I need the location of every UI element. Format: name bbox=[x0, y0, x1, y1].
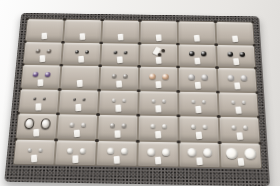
earring-pair bbox=[100, 66, 138, 82]
price-tag bbox=[114, 130, 120, 138]
earring-pair bbox=[218, 68, 256, 84]
price-tag bbox=[155, 130, 162, 138]
price-tag bbox=[114, 156, 120, 164]
price-tag bbox=[155, 157, 162, 165]
earring-stud bbox=[151, 99, 155, 103]
earring-stud bbox=[46, 49, 51, 53]
compartment-r4c1 bbox=[19, 89, 59, 113]
empty-cushion bbox=[61, 66, 99, 82]
price-tag bbox=[194, 35, 200, 42]
earring-stud bbox=[200, 51, 206, 56]
price-tag bbox=[42, 32, 48, 39]
empty-cushion bbox=[26, 19, 63, 34]
earring-stud bbox=[162, 124, 167, 129]
earring-stud bbox=[79, 148, 85, 154]
price-tag bbox=[235, 106, 242, 113]
compartment-r3c6 bbox=[218, 68, 256, 91]
price-tag bbox=[78, 56, 84, 63]
compartment-r3c5 bbox=[179, 67, 217, 90]
compartment-r3c4 bbox=[140, 67, 178, 90]
compartment-r5c3 bbox=[98, 115, 137, 139]
price-tag bbox=[74, 129, 80, 137]
price-tag bbox=[35, 103, 41, 110]
price-tag bbox=[38, 79, 44, 86]
compartment-r5c6 bbox=[220, 117, 260, 142]
compartment-r6c3 bbox=[97, 141, 137, 166]
earring-pair bbox=[58, 114, 97, 131]
price-tag bbox=[31, 155, 37, 163]
earring-stud bbox=[75, 50, 79, 53]
earring-stud bbox=[121, 123, 126, 128]
earring-stud bbox=[147, 148, 155, 156]
earring-stud bbox=[188, 51, 194, 56]
earring-stud bbox=[158, 53, 162, 56]
earring-stud bbox=[27, 148, 31, 152]
compartment-r4c5 bbox=[179, 91, 217, 115]
compartment-r2c5 bbox=[179, 44, 216, 66]
empty-cushion bbox=[64, 20, 101, 35]
compartment-r6c5 bbox=[180, 142, 220, 167]
compartment-r3c1 bbox=[21, 65, 60, 88]
price-tag bbox=[75, 104, 81, 111]
earring-stud bbox=[227, 51, 233, 56]
earring-stud bbox=[69, 122, 74, 127]
compartment-r4c6 bbox=[219, 92, 258, 116]
earring-stud bbox=[231, 100, 235, 104]
oval-cabochon-stud bbox=[40, 118, 50, 129]
compartment-r1c6 bbox=[216, 22, 253, 44]
compartment-r2c4 bbox=[140, 43, 177, 65]
price-tag bbox=[117, 56, 123, 63]
price-tag bbox=[118, 33, 124, 40]
price-tag bbox=[233, 58, 240, 65]
earring-pair bbox=[179, 116, 218, 133]
earring-stud bbox=[122, 98, 126, 102]
price-tag bbox=[156, 34, 162, 41]
earring-pair bbox=[140, 67, 177, 83]
earring-stud bbox=[202, 100, 206, 104]
compartment-r6c6 bbox=[221, 143, 261, 168]
price-tag bbox=[40, 55, 46, 62]
price-tag bbox=[116, 80, 122, 87]
compartment-r6c4 bbox=[138, 141, 178, 166]
compartment-r5c5 bbox=[179, 116, 218, 140]
compartment-grid bbox=[13, 18, 262, 168]
compartment-r4c2 bbox=[59, 90, 98, 114]
compartment-r1c3 bbox=[102, 20, 139, 41]
earring-stud bbox=[81, 122, 86, 127]
earring-pair bbox=[139, 116, 178, 133]
earring-stud bbox=[123, 74, 128, 78]
earring-stud bbox=[38, 148, 42, 152]
earring-stud bbox=[35, 49, 40, 53]
earring-stud bbox=[162, 148, 170, 156]
price-tag bbox=[232, 35, 238, 42]
earring-stud bbox=[239, 51, 245, 56]
compartment-r3c3 bbox=[100, 66, 138, 89]
compartment-r4c3 bbox=[99, 90, 138, 114]
earring-stud bbox=[203, 148, 212, 157]
earring-stud bbox=[243, 125, 248, 130]
price-tag bbox=[33, 128, 39, 136]
empty-cushion bbox=[216, 22, 253, 37]
compartment-r1c4 bbox=[140, 21, 176, 43]
price-tag bbox=[234, 82, 241, 89]
earring-stud bbox=[241, 100, 245, 104]
compartment-r2c6 bbox=[217, 45, 255, 67]
price-tag bbox=[195, 106, 202, 113]
earring-stud bbox=[111, 73, 116, 77]
compartment-r6c2 bbox=[55, 140, 96, 165]
compartment-r2c3 bbox=[101, 43, 138, 65]
price-tag bbox=[237, 158, 244, 166]
earring-pair bbox=[17, 114, 57, 131]
earring-stud bbox=[240, 75, 247, 81]
price-tag bbox=[195, 81, 202, 88]
price-tag bbox=[155, 81, 161, 88]
earring-stud bbox=[162, 99, 166, 103]
earring-stud bbox=[66, 147, 72, 153]
earring-stud bbox=[201, 74, 208, 80]
earring-stud bbox=[33, 97, 36, 100]
oval-cabochon-stud bbox=[24, 118, 35, 129]
compartment-r5c1 bbox=[16, 114, 56, 138]
empty-cushion bbox=[141, 21, 177, 36]
price-tag bbox=[156, 57, 162, 64]
earring-pair bbox=[179, 67, 217, 83]
earring-stud bbox=[150, 123, 155, 128]
earring-stud bbox=[110, 123, 115, 128]
price-tag bbox=[236, 132, 243, 140]
earring-pair bbox=[22, 65, 60, 81]
empty-cushion bbox=[179, 21, 215, 36]
earring-stud bbox=[85, 50, 89, 53]
compartment-r2c1 bbox=[24, 42, 62, 64]
earring-stud bbox=[162, 73, 169, 79]
earring-stud bbox=[227, 74, 234, 80]
earring-stud bbox=[123, 50, 127, 53]
earring-pair bbox=[98, 115, 137, 132]
price-tag bbox=[115, 104, 121, 111]
earring-stud bbox=[73, 98, 76, 101]
earring-stud bbox=[191, 99, 195, 103]
earring-stud bbox=[107, 148, 114, 155]
earring-stud bbox=[149, 73, 156, 79]
earring-stud bbox=[202, 124, 207, 129]
photo-backdrop bbox=[0, 0, 280, 186]
earring-stud bbox=[32, 72, 38, 77]
earring-stud bbox=[188, 74, 195, 80]
price-tag bbox=[196, 157, 203, 165]
earring-stud bbox=[231, 125, 236, 130]
earring-stud bbox=[44, 72, 50, 77]
jewelry-tray bbox=[4, 13, 270, 186]
price-tag bbox=[194, 58, 200, 65]
compartment-r5c2 bbox=[57, 114, 97, 138]
compartment-r6c1 bbox=[14, 139, 55, 164]
compartment-r1c1 bbox=[26, 19, 64, 40]
compartment-r1c2 bbox=[64, 20, 101, 41]
price-tag bbox=[80, 33, 86, 40]
price-tag bbox=[196, 131, 203, 139]
compartment-r1c5 bbox=[179, 21, 216, 43]
earring-stud bbox=[111, 98, 115, 102]
earring-stud bbox=[42, 97, 45, 100]
price-tag bbox=[77, 79, 83, 86]
earring-stud bbox=[120, 148, 127, 155]
earring-stud bbox=[225, 147, 237, 158]
empty-cushion bbox=[103, 20, 140, 35]
price-tag bbox=[155, 105, 161, 112]
earring-stud bbox=[161, 49, 165, 52]
compartment-r5c4 bbox=[139, 116, 178, 140]
earring-stud bbox=[191, 124, 196, 129]
earring-stud bbox=[187, 148, 196, 156]
compartment-r4c4 bbox=[139, 91, 177, 115]
earring-stud bbox=[244, 148, 256, 159]
earring-stud bbox=[82, 98, 85, 101]
earring-stud bbox=[113, 50, 117, 53]
price-tag bbox=[72, 155, 78, 163]
compartment-r2c2 bbox=[62, 42, 100, 64]
compartment-r3c2 bbox=[61, 66, 100, 89]
earring-pair bbox=[220, 117, 259, 134]
